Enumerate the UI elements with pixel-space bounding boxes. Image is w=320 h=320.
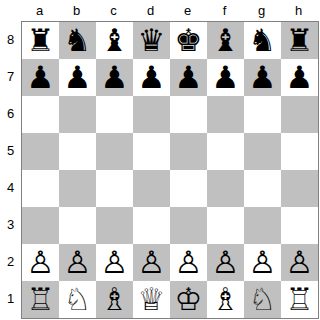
file-label-a: a [21,0,58,21]
piece-black-queen-d8[interactable]: ♛ [133,22,170,59]
square-e7[interactable]: ♟ [170,59,207,96]
piece-white-knight-g1[interactable]: ♘ [244,281,281,318]
file-label-e: e [169,0,206,21]
square-f8[interactable]: ♝ [207,22,244,59]
square-e1[interactable]: ♔ [170,281,207,318]
square-c4[interactable] [96,170,133,207]
piece-black-bishop-c8[interactable]: ♝ [96,22,133,59]
square-d2[interactable]: ♙ [133,244,170,281]
rank-label-7: 7 [0,58,21,95]
rank-labels: 87654321 [0,21,21,317]
square-f7[interactable]: ♟ [207,59,244,96]
square-h3[interactable] [281,207,318,244]
square-d7[interactable]: ♟ [133,59,170,96]
rank-label-5: 5 [0,132,21,169]
file-label-h: h [280,0,317,21]
piece-white-rook-h1[interactable]: ♖ [281,281,318,318]
piece-white-bishop-f1[interactable]: ♗ [207,281,244,318]
piece-white-pawn-b2[interactable]: ♙ [59,244,96,281]
piece-white-pawn-g2[interactable]: ♙ [244,244,281,281]
square-h1[interactable]: ♖ [281,281,318,318]
square-f1[interactable]: ♗ [207,281,244,318]
square-a6[interactable] [22,96,59,133]
file-label-f: f [206,0,243,21]
piece-white-pawn-f2[interactable]: ♙ [207,244,244,281]
piece-black-rook-h8[interactable]: ♜ [281,22,318,59]
piece-black-pawn-b7[interactable]: ♟ [59,59,96,96]
square-g1[interactable]: ♘ [244,281,281,318]
file-labels: abcdefgh [21,0,317,21]
square-g6[interactable] [244,96,281,133]
piece-white-pawn-e2[interactable]: ♙ [170,244,207,281]
square-h2[interactable]: ♙ [281,244,318,281]
square-c1[interactable]: ♗ [96,281,133,318]
square-a8[interactable]: ♜ [22,22,59,59]
square-f2[interactable]: ♙ [207,244,244,281]
square-c3[interactable] [96,207,133,244]
chess-app-window: abcdefgh 87654321 ♜♞♝♛♚♝♞♜♟♟♟♟♟♟♟♟♙♙♙♙♙♙… [0,0,320,320]
square-a2[interactable]: ♙ [22,244,59,281]
piece-white-rook-a1[interactable]: ♖ [22,281,59,318]
rank-label-8: 8 [0,21,21,58]
square-g3[interactable] [244,207,281,244]
square-g4[interactable] [244,170,281,207]
square-a1[interactable]: ♖ [22,281,59,318]
rank-label-2: 2 [0,243,21,280]
square-b3[interactable] [59,207,96,244]
square-d1[interactable]: ♕ [133,281,170,318]
piece-black-pawn-c7[interactable]: ♟ [96,59,133,96]
piece-white-queen-d1[interactable]: ♕ [133,281,170,318]
square-b6[interactable] [59,96,96,133]
square-e8[interactable]: ♚ [170,22,207,59]
rank-label-4: 4 [0,169,21,206]
square-a7[interactable]: ♟ [22,59,59,96]
piece-white-king-e1[interactable]: ♔ [170,281,207,318]
square-a4[interactable] [22,170,59,207]
square-b2[interactable]: ♙ [59,244,96,281]
square-b5[interactable] [59,133,96,170]
file-label-d: d [132,0,169,21]
square-d3[interactable] [133,207,170,244]
piece-white-pawn-h2[interactable]: ♙ [281,244,318,281]
square-f5[interactable] [207,133,244,170]
square-a5[interactable] [22,133,59,170]
square-g2[interactable]: ♙ [244,244,281,281]
square-f6[interactable] [207,96,244,133]
piece-black-pawn-g7[interactable]: ♟ [244,59,281,96]
square-b8[interactable]: ♞ [59,22,96,59]
square-d4[interactable] [133,170,170,207]
square-e4[interactable] [170,170,207,207]
file-label-g: g [243,0,280,21]
square-d8[interactable]: ♛ [133,22,170,59]
square-b4[interactable] [59,170,96,207]
square-c2[interactable]: ♙ [96,244,133,281]
piece-white-pawn-a2[interactable]: ♙ [22,244,59,281]
piece-black-king-e8[interactable]: ♚ [170,22,207,59]
chess-board: ♜♞♝♛♚♝♞♜♟♟♟♟♟♟♟♟♙♙♙♙♙♙♙♙♖♘♗♕♔♗♘♖ [21,21,319,319]
piece-white-pawn-d2[interactable]: ♙ [133,244,170,281]
square-e3[interactable] [170,207,207,244]
square-d6[interactable] [133,96,170,133]
piece-black-pawn-f7[interactable]: ♟ [207,59,244,96]
square-h5[interactable] [281,133,318,170]
piece-black-knight-b8[interactable]: ♞ [59,22,96,59]
square-c7[interactable]: ♟ [96,59,133,96]
square-c5[interactable] [96,133,133,170]
piece-black-knight-g8[interactable]: ♞ [244,22,281,59]
square-b1[interactable]: ♘ [59,281,96,318]
piece-black-pawn-e7[interactable]: ♟ [170,59,207,96]
square-h4[interactable] [281,170,318,207]
piece-black-rook-a8[interactable]: ♜ [22,22,59,59]
square-c6[interactable] [96,96,133,133]
square-b7[interactable]: ♟ [59,59,96,96]
piece-black-pawn-d7[interactable]: ♟ [133,59,170,96]
square-d5[interactable] [133,133,170,170]
square-h8[interactable]: ♜ [281,22,318,59]
square-g5[interactable] [244,133,281,170]
piece-black-pawn-h7[interactable]: ♟ [281,59,318,96]
piece-white-bishop-c1[interactable]: ♗ [96,281,133,318]
piece-black-pawn-a7[interactable]: ♟ [22,59,59,96]
rank-label-3: 3 [0,206,21,243]
piece-white-pawn-c2[interactable]: ♙ [96,244,133,281]
square-a3[interactable] [22,207,59,244]
square-e5[interactable] [170,133,207,170]
square-g7[interactable]: ♟ [244,59,281,96]
rank-label-6: 6 [0,95,21,132]
file-label-c: c [95,0,132,21]
square-e6[interactable] [170,96,207,133]
square-c8[interactable]: ♝ [96,22,133,59]
square-g8[interactable]: ♞ [244,22,281,59]
square-h7[interactable]: ♟ [281,59,318,96]
square-e2[interactable]: ♙ [170,244,207,281]
rank-label-1: 1 [0,280,21,317]
square-f4[interactable] [207,170,244,207]
square-h6[interactable] [281,96,318,133]
piece-white-knight-b1[interactable]: ♘ [59,281,96,318]
piece-black-bishop-f8[interactable]: ♝ [207,22,244,59]
square-f3[interactable] [207,207,244,244]
file-label-b: b [58,0,95,21]
